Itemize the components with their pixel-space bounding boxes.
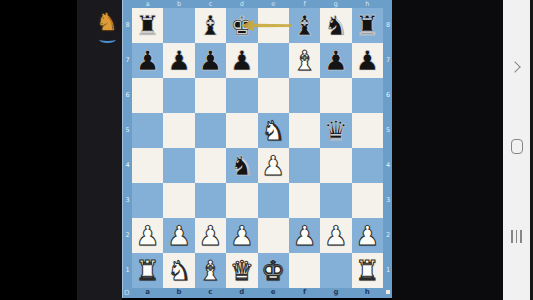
square-c8[interactable]: ♝ [195,8,226,43]
rank-label-8: 8 [123,8,132,43]
rank-label-4: 4 [383,148,393,183]
file-labels-top: abcdefgh [132,0,383,8]
board-squares: ♜♝♚♝♞♜♟♟♟♟♝♟♟♞♛♞♟♟♟♟♟♟♟♟♜♞♝♛♚♜ [132,8,383,288]
square-c2[interactable]: ♟ [195,218,226,253]
piece-bp-h7[interactable]: ♟ [352,43,383,78]
square-e7[interactable] [258,43,289,78]
square-f1[interactable] [289,253,320,288]
square-e2[interactable] [258,218,289,253]
square-b5[interactable] [163,113,194,148]
square-c5[interactable] [195,113,226,148]
file-label-d: d [226,0,257,8]
square-g1[interactable] [320,253,351,288]
piece-wn-b1[interactable]: ♞ [163,253,194,288]
square-a2[interactable]: ♟ [132,218,163,253]
piece-br-h8[interactable]: ♜ [352,8,383,43]
square-a3[interactable] [132,183,163,218]
rank-label-3: 3 [123,183,132,218]
square-f3[interactable] [289,183,320,218]
piece-wp-c2[interactable]: ♟ [195,218,226,253]
rank-label-8: 8 [383,8,393,43]
square-g4[interactable] [320,148,351,183]
square-g3[interactable] [320,183,351,218]
square-a1[interactable]: ♜ [132,253,163,288]
rank-label-7: 7 [383,43,393,78]
square-h1[interactable]: ♜ [352,253,383,288]
piece-wp-b2[interactable]: ♟ [163,218,194,253]
square-b3[interactable] [163,183,194,218]
rank-label-5: 5 [383,113,393,148]
file-label-c: c [195,287,226,298]
square-b7[interactable]: ♟ [163,43,194,78]
video-background-strip-right [392,0,503,300]
piece-wq-d1[interactable]: ♛ [226,253,257,288]
square-c4[interactable] [195,148,226,183]
square-d7[interactable]: ♟ [226,43,257,78]
logo-wave-icon [99,36,116,43]
file-label-g: g [320,0,351,8]
square-f2[interactable]: ♟ [289,218,320,253]
square-a6[interactable] [132,78,163,113]
piece-wb-c1[interactable]: ♝ [195,253,226,288]
file-label-g: g [320,287,351,298]
square-d4[interactable]: ♞ [226,148,257,183]
square-d2[interactable]: ♟ [226,218,257,253]
recents-button[interactable] [503,222,530,250]
file-labels-bottom: abcdefgh [132,287,383,298]
square-d6[interactable] [226,78,257,113]
square-a7[interactable]: ♟ [132,43,163,78]
rank-label-1: 1 [123,253,132,288]
piece-wp-h2[interactable]: ♟ [352,218,383,253]
knight-logo-icon: ♞ [92,8,122,36]
square-d8[interactable]: ♚ [226,8,257,43]
square-f6[interactable] [289,78,320,113]
square-e6[interactable] [258,78,289,113]
file-label-e: e [258,0,289,8]
file-label-d: d [226,287,257,298]
square-b1[interactable]: ♞ [163,253,194,288]
piece-bp-a7[interactable]: ♟ [132,43,163,78]
square-b4[interactable] [163,148,194,183]
rank-label-2: 2 [383,218,393,253]
piece-bp-g7[interactable]: ♟ [320,43,351,78]
square-h8[interactable]: ♜ [352,8,383,43]
android-nav-bar [503,0,530,300]
rank-label-7: 7 [123,43,132,78]
piece-bp-d7[interactable]: ♟ [226,43,257,78]
channel-watermark-logo: ♞ [92,8,122,46]
rank-label-2: 2 [123,218,132,253]
back-button[interactable] [503,53,530,81]
square-h7[interactable]: ♟ [352,43,383,78]
piece-bp-c7[interactable]: ♟ [195,43,226,78]
rank-labels-right: 87654321 [383,8,393,288]
square-g2[interactable]: ♟ [320,218,351,253]
piece-bn-g8[interactable]: ♞ [320,8,351,43]
piece-wp-a2[interactable]: ♟ [132,218,163,253]
square-h3[interactable] [352,183,383,218]
rank-labels-left: 87654321 [123,8,132,288]
piece-bk-d8[interactable]: ♚ [226,8,257,43]
square-d5[interactable] [226,113,257,148]
piece-wn-e5[interactable]: ♞ [258,113,289,148]
square-b6[interactable] [163,78,194,113]
rank-label-6: 6 [383,78,393,113]
recents-icon [511,230,521,243]
piece-wr-h1[interactable]: ♜ [352,253,383,288]
file-label-f: f [289,0,320,8]
square-g8[interactable]: ♞ [320,8,351,43]
square-c7[interactable]: ♟ [195,43,226,78]
piece-br-a8[interactable]: ♜ [132,8,163,43]
square-h5[interactable] [352,113,383,148]
rank-label-3: 3 [383,183,393,218]
rank-label-6: 6 [123,78,132,113]
square-e8[interactable] [258,8,289,43]
square-b2[interactable]: ♟ [163,218,194,253]
piece-bq-g5[interactable]: ♛ [320,113,351,148]
piece-wp-f2[interactable]: ♟ [289,218,320,253]
piece-wk-e1[interactable]: ♚ [258,253,289,288]
square-e4[interactable]: ♟ [258,148,289,183]
chess-board: abcdefgh 87654321 87654321 abcdefgh ♜♝♚♝… [122,0,392,298]
file-label-a: a [132,287,163,298]
square-f7[interactable]: ♝ [289,43,320,78]
square-f4[interactable] [289,148,320,183]
frame-corner-square [386,290,390,294]
frame-corner-mark: O [124,288,130,298]
square-e1[interactable]: ♚ [258,253,289,288]
file-label-f: f [289,287,320,298]
square-g7[interactable]: ♟ [320,43,351,78]
rank-label-1: 1 [383,253,393,288]
square-g5[interactable]: ♛ [320,113,351,148]
home-icon [511,139,523,154]
file-label-e: e [258,287,289,298]
square-e3[interactable] [258,183,289,218]
back-chevron-icon [509,61,520,72]
square-g6[interactable] [320,78,351,113]
square-h4[interactable] [352,148,383,183]
square-c1[interactable]: ♝ [195,253,226,288]
file-label-a: a [132,0,163,8]
piece-wp-d2[interactable]: ♟ [226,218,257,253]
square-d3[interactable] [226,183,257,218]
square-f8[interactable]: ♝ [289,8,320,43]
square-b8[interactable] [163,8,194,43]
square-c3[interactable] [195,183,226,218]
rank-label-5: 5 [123,113,132,148]
file-label-b: b [163,287,194,298]
file-label-b: b [163,0,194,8]
square-a8[interactable]: ♜ [132,8,163,43]
piece-bp-b7[interactable]: ♟ [163,43,194,78]
file-label-c: c [195,0,226,8]
file-label-h: h [352,287,383,298]
piece-bb-f8[interactable]: ♝ [289,8,320,43]
square-a4[interactable] [132,148,163,183]
piece-wp-g2[interactable]: ♟ [320,218,351,253]
piece-wp-e4[interactable]: ♟ [258,148,289,183]
piece-bn-d4[interactable]: ♞ [226,148,257,183]
square-h2[interactable]: ♟ [352,218,383,253]
piece-bb-c8[interactable]: ♝ [195,8,226,43]
piece-wr-a1[interactable]: ♜ [132,253,163,288]
rank-label-4: 4 [123,148,132,183]
square-f5[interactable] [289,113,320,148]
square-e5[interactable]: ♞ [258,113,289,148]
square-c6[interactable] [195,78,226,113]
square-a5[interactable] [132,113,163,148]
file-label-h: h [352,0,383,8]
square-d1[interactable]: ♛ [226,253,257,288]
piece-wb-f7[interactable]: ♝ [289,43,320,78]
square-h6[interactable] [352,78,383,113]
home-button[interactable] [503,132,530,160]
